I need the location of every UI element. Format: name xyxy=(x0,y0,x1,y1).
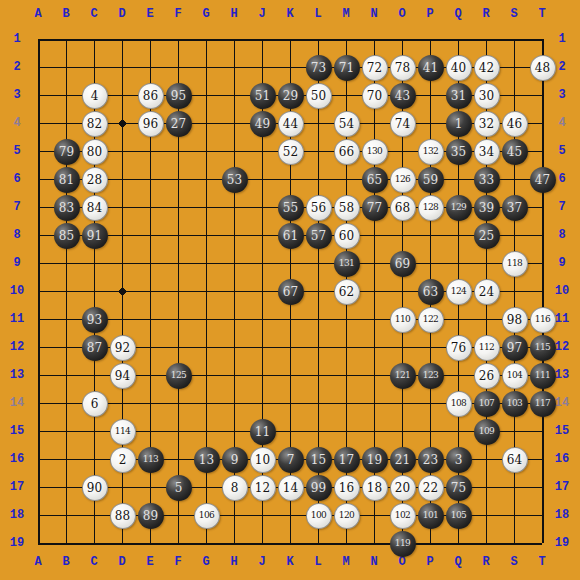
move-number: 34 xyxy=(479,146,494,158)
col-label-top-E: E xyxy=(146,7,153,21)
col-label-bottom-J: J xyxy=(258,555,265,569)
stone-H6-black-move-53[interactable]: 53 xyxy=(222,167,248,193)
move-number: 41 xyxy=(423,62,438,74)
move-number: 117 xyxy=(535,399,551,408)
move-number: 129 xyxy=(451,203,467,212)
stone-T2-white-move-48[interactable]: 48 xyxy=(530,55,556,81)
move-number: 83 xyxy=(59,202,74,214)
stone-Q10-white-move-124[interactable]: 124 xyxy=(446,279,472,305)
stone-Q17-black-move-75[interactable]: 75 xyxy=(446,475,472,501)
move-number: 132 xyxy=(423,147,439,156)
row-label-left-14: 14 xyxy=(10,396,24,410)
col-label-bottom-C: C xyxy=(90,555,97,569)
stone-R12-white-move-112[interactable]: 112 xyxy=(474,335,500,361)
move-number: 19 xyxy=(367,454,382,466)
move-number: 25 xyxy=(479,230,494,242)
col-label-top-R: R xyxy=(482,7,489,21)
move-number: 32 xyxy=(479,118,494,130)
move-number: 93 xyxy=(87,314,102,326)
row-label-right-18: 18 xyxy=(555,508,569,522)
row-label-left-9: 9 xyxy=(13,256,20,270)
stone-S14-black-move-103[interactable]: 103 xyxy=(502,391,528,417)
stone-K16-black-move-7[interactable]: 7 xyxy=(278,447,304,473)
stone-N6-black-move-65[interactable]: 65 xyxy=(362,167,388,193)
move-number: 10 xyxy=(255,454,270,466)
col-label-top-O: O xyxy=(398,7,405,21)
row-label-right-6: 6 xyxy=(558,172,565,186)
stone-O4-white-move-74[interactable]: 74 xyxy=(390,111,416,137)
move-number: 16 xyxy=(339,482,354,494)
stone-O6-white-move-126[interactable]: 126 xyxy=(390,167,416,193)
move-number: 92 xyxy=(115,342,130,354)
stone-J3-black-move-51[interactable]: 51 xyxy=(250,83,276,109)
col-label-top-M: M xyxy=(342,7,349,21)
stone-R13-white-move-26[interactable]: 26 xyxy=(474,363,500,389)
stone-K4-white-move-44[interactable]: 44 xyxy=(278,111,304,137)
stone-K3-black-move-29[interactable]: 29 xyxy=(278,83,304,109)
col-label-bottom-O: O xyxy=(398,555,405,569)
stone-D12-white-move-92[interactable]: 92 xyxy=(110,335,136,361)
col-label-top-N: N xyxy=(370,7,377,21)
row-label-left-1: 1 xyxy=(13,32,20,46)
stone-N2-white-move-72[interactable]: 72 xyxy=(362,55,388,81)
stone-N17-white-move-18[interactable]: 18 xyxy=(362,475,388,501)
stone-L18-white-move-100[interactable]: 100 xyxy=(306,503,332,529)
stone-J4-black-move-49[interactable]: 49 xyxy=(250,111,276,137)
move-number: 103 xyxy=(507,399,523,408)
move-number: 114 xyxy=(115,427,131,436)
stone-J17-white-move-12[interactable]: 12 xyxy=(250,475,276,501)
stone-C17-white-move-90[interactable]: 90 xyxy=(82,475,108,501)
stone-P7-white-move-128[interactable]: 128 xyxy=(418,195,444,221)
stone-R8-black-move-25[interactable]: 25 xyxy=(474,223,500,249)
stone-Q18-black-move-105[interactable]: 105 xyxy=(446,503,472,529)
move-number: 8 xyxy=(231,482,239,494)
move-number: 128 xyxy=(423,203,439,212)
stone-K5-white-move-52[interactable]: 52 xyxy=(278,139,304,165)
col-label-top-J: J xyxy=(258,7,265,21)
row-label-left-12: 12 xyxy=(10,340,24,354)
stone-Q3-black-move-31[interactable]: 31 xyxy=(446,83,472,109)
row-label-left-4: 4 xyxy=(13,116,20,130)
col-label-bottom-Q: Q xyxy=(454,555,461,569)
stone-S4-white-move-46[interactable]: 46 xyxy=(502,111,528,137)
stone-G18-white-move-106[interactable]: 106 xyxy=(194,503,220,529)
stone-O11-white-move-110[interactable]: 110 xyxy=(390,307,416,333)
move-number: 27 xyxy=(171,118,186,130)
stone-N3-white-move-70[interactable]: 70 xyxy=(362,83,388,109)
row-label-left-2: 2 xyxy=(13,60,20,74)
stone-G16-black-move-13[interactable]: 13 xyxy=(194,447,220,473)
stone-R6-black-move-33[interactable]: 33 xyxy=(474,167,500,193)
stone-S12-black-move-97[interactable]: 97 xyxy=(502,335,528,361)
move-number: 80 xyxy=(87,146,102,158)
move-number: 46 xyxy=(507,118,522,130)
move-number: 68 xyxy=(395,202,410,214)
move-number: 104 xyxy=(507,371,523,380)
row-label-left-8: 8 xyxy=(13,228,20,242)
move-number: 110 xyxy=(395,315,411,324)
star-point xyxy=(119,120,125,126)
stone-M5-white-move-66[interactable]: 66 xyxy=(334,139,360,165)
move-number: 60 xyxy=(339,230,354,242)
move-number: 102 xyxy=(395,511,411,520)
col-label-top-T: T xyxy=(538,7,545,21)
stone-P6-black-move-59[interactable]: 59 xyxy=(418,167,444,193)
move-number: 73 xyxy=(311,62,326,74)
move-number: 11 xyxy=(255,426,270,438)
row-label-right-3: 3 xyxy=(558,88,565,102)
move-number: 96 xyxy=(143,118,158,130)
col-label-bottom-R: R xyxy=(482,555,489,569)
move-number: 26 xyxy=(479,370,494,382)
stone-N7-black-move-77[interactable]: 77 xyxy=(362,195,388,221)
stone-H16-black-move-9[interactable]: 9 xyxy=(222,447,248,473)
move-number: 54 xyxy=(339,118,354,130)
stone-R3-white-move-30[interactable]: 30 xyxy=(474,83,500,109)
move-number: 75 xyxy=(451,482,466,494)
stone-T13-black-move-111[interactable]: 111 xyxy=(530,363,556,389)
col-label-top-S: S xyxy=(510,7,517,21)
move-number: 105 xyxy=(451,511,467,520)
stone-C5-white-move-80[interactable]: 80 xyxy=(82,139,108,165)
stone-O9-black-move-69[interactable]: 69 xyxy=(390,251,416,277)
move-number: 109 xyxy=(479,427,495,436)
move-number: 85 xyxy=(59,230,74,242)
move-number: 43 xyxy=(395,90,410,102)
stone-M7-white-move-58[interactable]: 58 xyxy=(334,195,360,221)
row-label-right-13: 13 xyxy=(555,368,569,382)
move-number: 12 xyxy=(255,482,270,494)
col-label-top-F: F xyxy=(174,7,181,21)
row-label-right-11: 11 xyxy=(555,312,569,326)
move-number: 98 xyxy=(507,314,522,326)
stone-F3-black-move-95[interactable]: 95 xyxy=(166,83,192,109)
stone-L7-white-move-56[interactable]: 56 xyxy=(306,195,332,221)
col-label-bottom-A: A xyxy=(34,555,41,569)
stone-H17-white-move-8[interactable]: 8 xyxy=(222,475,248,501)
stone-P10-black-move-63[interactable]: 63 xyxy=(418,279,444,305)
stone-L17-black-move-99[interactable]: 99 xyxy=(306,475,332,501)
stone-R15-black-move-109[interactable]: 109 xyxy=(474,419,500,445)
stone-E18-black-move-89[interactable]: 89 xyxy=(138,503,164,529)
stone-J15-black-move-11[interactable]: 11 xyxy=(250,419,276,445)
move-number: 87 xyxy=(87,342,102,354)
move-number: 95 xyxy=(171,90,186,102)
row-label-left-3: 3 xyxy=(13,88,20,102)
move-number: 97 xyxy=(507,342,522,354)
stone-O3-black-move-43[interactable]: 43 xyxy=(390,83,416,109)
move-number: 116 xyxy=(535,315,551,324)
stone-O13-black-move-121[interactable]: 121 xyxy=(390,363,416,389)
move-number: 5 xyxy=(175,482,183,494)
row-label-right-19: 19 xyxy=(555,536,569,550)
move-number: 72 xyxy=(367,62,382,74)
stone-K17-white-move-14[interactable]: 14 xyxy=(278,475,304,501)
stone-R4-white-move-32[interactable]: 32 xyxy=(474,111,500,137)
move-number: 52 xyxy=(283,146,298,158)
move-number: 44 xyxy=(283,118,298,130)
stone-C4-white-move-82[interactable]: 82 xyxy=(82,111,108,137)
move-number: 123 xyxy=(423,371,439,380)
stone-R10-white-move-24[interactable]: 24 xyxy=(474,279,500,305)
col-label-top-K: K xyxy=(286,7,293,21)
col-label-bottom-N: N xyxy=(370,555,377,569)
stone-K8-black-move-61[interactable]: 61 xyxy=(278,223,304,249)
move-number: 65 xyxy=(367,174,382,186)
stone-F17-black-move-5[interactable]: 5 xyxy=(166,475,192,501)
move-number: 42 xyxy=(479,62,494,74)
move-number: 84 xyxy=(87,202,102,214)
stone-L3-white-move-50[interactable]: 50 xyxy=(306,83,332,109)
move-number: 31 xyxy=(451,90,466,102)
stone-M16-black-move-17[interactable]: 17 xyxy=(334,447,360,473)
move-number: 7 xyxy=(287,454,295,466)
move-number: 29 xyxy=(283,90,298,102)
stone-M18-white-move-120[interactable]: 120 xyxy=(334,503,360,529)
move-number: 23 xyxy=(423,454,438,466)
row-label-left-17: 17 xyxy=(10,480,24,494)
stone-D16-white-move-2[interactable]: 2 xyxy=(110,447,136,473)
col-label-bottom-H: H xyxy=(230,555,237,569)
stone-Q4-black-move-1[interactable]: 1 xyxy=(446,111,472,137)
move-number: 1 xyxy=(455,118,463,130)
col-label-bottom-T: T xyxy=(538,555,545,569)
move-number: 89 xyxy=(143,510,158,522)
move-number: 130 xyxy=(367,147,383,156)
move-number: 14 xyxy=(283,482,298,494)
stone-R14-black-move-107[interactable]: 107 xyxy=(474,391,500,417)
stone-O7-white-move-68[interactable]: 68 xyxy=(390,195,416,221)
stone-M10-white-move-62[interactable]: 62 xyxy=(334,279,360,305)
star-point xyxy=(119,288,125,294)
move-number: 35 xyxy=(451,146,466,158)
stone-P17-white-move-22[interactable]: 22 xyxy=(418,475,444,501)
col-label-top-B: B xyxy=(62,7,69,21)
row-label-left-18: 18 xyxy=(10,508,24,522)
stone-D13-white-move-94[interactable]: 94 xyxy=(110,363,136,389)
move-number: 47 xyxy=(535,174,550,186)
stone-M17-white-move-16[interactable]: 16 xyxy=(334,475,360,501)
move-number: 4 xyxy=(91,90,99,102)
stone-E4-white-move-96[interactable]: 96 xyxy=(138,111,164,137)
col-label-bottom-P: P xyxy=(426,555,433,569)
move-number: 18 xyxy=(367,482,382,494)
move-number: 107 xyxy=(479,399,495,408)
row-label-right-10: 10 xyxy=(555,284,569,298)
row-label-right-8: 8 xyxy=(558,228,565,242)
move-number: 6 xyxy=(91,398,99,410)
stone-O2-white-move-78[interactable]: 78 xyxy=(390,55,416,81)
stone-C7-white-move-84[interactable]: 84 xyxy=(82,195,108,221)
move-number: 90 xyxy=(87,482,102,494)
col-label-bottom-E: E xyxy=(146,555,153,569)
move-number: 70 xyxy=(367,90,382,102)
move-number: 115 xyxy=(535,343,551,352)
stone-M8-white-move-60[interactable]: 60 xyxy=(334,223,360,249)
col-label-bottom-S: S xyxy=(510,555,517,569)
col-label-top-C: C xyxy=(90,7,97,21)
move-number: 125 xyxy=(171,371,187,380)
move-number: 58 xyxy=(339,202,354,214)
stone-B6-black-move-81[interactable]: 81 xyxy=(54,167,80,193)
stone-S9-white-move-118[interactable]: 118 xyxy=(502,251,528,277)
stone-Q16-black-move-3[interactable]: 3 xyxy=(446,447,472,473)
move-number: 124 xyxy=(451,287,467,296)
move-number: 3 xyxy=(455,454,463,466)
stone-C6-white-move-28[interactable]: 28 xyxy=(82,167,108,193)
stone-J16-white-move-10[interactable]: 10 xyxy=(250,447,276,473)
stone-D15-white-move-114[interactable]: 114 xyxy=(110,419,136,445)
move-number: 28 xyxy=(87,174,102,186)
col-label-top-P: P xyxy=(426,7,433,21)
stone-B8-black-move-85[interactable]: 85 xyxy=(54,223,80,249)
stone-S16-white-move-64[interactable]: 64 xyxy=(502,447,528,473)
stone-K7-black-move-55[interactable]: 55 xyxy=(278,195,304,221)
move-number: 122 xyxy=(423,315,439,324)
row-label-left-6: 6 xyxy=(13,172,20,186)
row-label-left-19: 19 xyxy=(10,536,24,550)
stone-T11-white-move-116[interactable]: 116 xyxy=(530,307,556,333)
move-number: 111 xyxy=(535,371,551,380)
row-label-left-13: 13 xyxy=(10,368,24,382)
stone-M9-black-move-131[interactable]: 131 xyxy=(334,251,360,277)
move-number: 15 xyxy=(311,454,326,466)
move-number: 33 xyxy=(479,174,494,186)
move-number: 106 xyxy=(199,511,215,520)
stone-M4-white-move-54[interactable]: 54 xyxy=(334,111,360,137)
move-number: 51 xyxy=(255,90,270,102)
stone-M2-black-move-71[interactable]: 71 xyxy=(334,55,360,81)
stone-P16-black-move-23[interactable]: 23 xyxy=(418,447,444,473)
row-label-right-14: 14 xyxy=(555,396,569,410)
move-number: 9 xyxy=(231,454,239,466)
row-label-left-10: 10 xyxy=(10,284,24,298)
stone-R2-white-move-42[interactable]: 42 xyxy=(474,55,500,81)
move-number: 59 xyxy=(423,174,438,186)
stone-C8-black-move-91[interactable]: 91 xyxy=(82,223,108,249)
stone-O19-black-move-119[interactable]: 119 xyxy=(390,531,416,557)
col-label-bottom-G: G xyxy=(202,555,209,569)
stone-T6-black-move-47[interactable]: 47 xyxy=(530,167,556,193)
stone-B5-black-move-79[interactable]: 79 xyxy=(54,139,80,165)
stone-T12-black-move-115[interactable]: 115 xyxy=(530,335,556,361)
row-label-right-15: 15 xyxy=(555,424,569,438)
row-label-right-5: 5 xyxy=(558,144,565,158)
stone-F4-black-move-27[interactable]: 27 xyxy=(166,111,192,137)
move-number: 64 xyxy=(507,454,522,466)
col-label-top-L: L xyxy=(314,7,321,21)
stone-P5-white-move-132[interactable]: 132 xyxy=(418,139,444,165)
stone-O18-white-move-102[interactable]: 102 xyxy=(390,503,416,529)
stone-Q7-black-move-129[interactable]: 129 xyxy=(446,195,472,221)
col-label-top-H: H xyxy=(230,7,237,21)
col-label-bottom-L: L xyxy=(314,555,321,569)
stone-D18-white-move-88[interactable]: 88 xyxy=(110,503,136,529)
stone-S5-black-move-45[interactable]: 45 xyxy=(502,139,528,165)
move-number: 113 xyxy=(143,455,159,464)
col-label-bottom-B: B xyxy=(62,555,69,569)
col-label-top-G: G xyxy=(202,7,209,21)
move-number: 40 xyxy=(451,62,466,74)
move-number: 13 xyxy=(199,454,214,466)
move-number: 118 xyxy=(507,259,523,268)
stone-P11-white-move-122[interactable]: 122 xyxy=(418,307,444,333)
move-number: 126 xyxy=(395,175,411,184)
stone-S13-white-move-104[interactable]: 104 xyxy=(502,363,528,389)
stone-F13-black-move-125[interactable]: 125 xyxy=(166,363,192,389)
move-number: 108 xyxy=(451,399,467,408)
stone-C3-white-move-4[interactable]: 4 xyxy=(82,83,108,109)
row-label-right-7: 7 xyxy=(558,200,565,214)
stone-Q2-white-move-40[interactable]: 40 xyxy=(446,55,472,81)
move-number: 30 xyxy=(479,90,494,102)
move-number: 88 xyxy=(115,510,130,522)
move-number: 82 xyxy=(87,118,102,130)
stone-P18-black-move-101[interactable]: 101 xyxy=(418,503,444,529)
move-number: 76 xyxy=(451,342,466,354)
stone-P2-black-move-41[interactable]: 41 xyxy=(418,55,444,81)
stone-L16-black-move-15[interactable]: 15 xyxy=(306,447,332,473)
move-number: 94 xyxy=(115,370,130,382)
move-number: 55 xyxy=(283,202,298,214)
stone-P13-black-move-123[interactable]: 123 xyxy=(418,363,444,389)
stone-K10-black-move-67[interactable]: 67 xyxy=(278,279,304,305)
move-number: 17 xyxy=(339,454,354,466)
stone-E16-black-move-113[interactable]: 113 xyxy=(138,447,164,473)
move-number: 119 xyxy=(395,539,411,548)
col-label-bottom-K: K xyxy=(286,555,293,569)
go-board: AABBCCDDEEFFGGHHJJKKLLMMNNOOPPQQRRSSTT11… xyxy=(0,0,580,580)
stone-T14-black-move-117[interactable]: 117 xyxy=(530,391,556,417)
stone-E3-white-move-86[interactable]: 86 xyxy=(138,83,164,109)
stone-S11-white-move-98[interactable]: 98 xyxy=(502,307,528,333)
row-label-left-5: 5 xyxy=(13,144,20,158)
stone-B7-black-move-83[interactable]: 83 xyxy=(54,195,80,221)
row-label-right-2: 2 xyxy=(558,60,565,74)
stone-L8-black-move-57[interactable]: 57 xyxy=(306,223,332,249)
move-number: 78 xyxy=(395,62,410,74)
move-number: 131 xyxy=(339,259,355,268)
move-number: 100 xyxy=(311,511,327,520)
stone-C14-white-move-6[interactable]: 6 xyxy=(82,391,108,417)
move-number: 56 xyxy=(311,202,326,214)
move-number: 50 xyxy=(311,90,326,102)
move-number: 45 xyxy=(507,146,522,158)
stone-O16-black-move-21[interactable]: 21 xyxy=(390,447,416,473)
stone-S7-black-move-37[interactable]: 37 xyxy=(502,195,528,221)
move-number: 22 xyxy=(423,482,438,494)
row-label-left-11: 11 xyxy=(10,312,24,326)
move-number: 57 xyxy=(311,230,326,242)
stone-N5-white-move-130[interactable]: 130 xyxy=(362,139,388,165)
stone-Q5-black-move-35[interactable]: 35 xyxy=(446,139,472,165)
stone-N16-black-move-19[interactable]: 19 xyxy=(362,447,388,473)
stone-O17-white-move-20[interactable]: 20 xyxy=(390,475,416,501)
stone-C11-black-move-93[interactable]: 93 xyxy=(82,307,108,333)
move-number: 21 xyxy=(395,454,410,466)
move-number: 48 xyxy=(535,62,550,74)
stone-C12-black-move-87[interactable]: 87 xyxy=(82,335,108,361)
stone-Q14-white-move-108[interactable]: 108 xyxy=(446,391,472,417)
move-number: 62 xyxy=(339,286,354,298)
stone-R5-white-move-34[interactable]: 34 xyxy=(474,139,500,165)
row-label-right-9: 9 xyxy=(558,256,565,270)
move-number: 91 xyxy=(87,230,102,242)
stone-Q12-white-move-76[interactable]: 76 xyxy=(446,335,472,361)
stone-R7-black-move-39[interactable]: 39 xyxy=(474,195,500,221)
stone-L2-black-move-73[interactable]: 73 xyxy=(306,55,332,81)
